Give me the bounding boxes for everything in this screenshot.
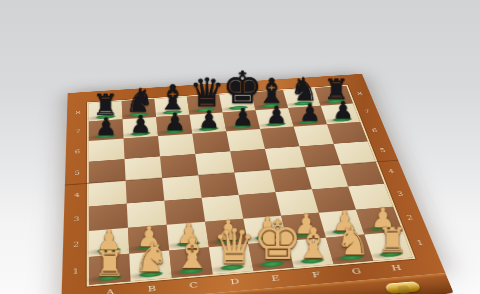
square-g4[interactable]	[305, 165, 348, 190]
square-c4[interactable]	[162, 175, 202, 200]
square-b7[interactable]: ♟	[123, 117, 158, 139]
white-rook-h1: ♜	[372, 223, 412, 258]
square-c1[interactable]: ♝	[169, 247, 213, 278]
square-d7[interactable]: ♟	[189, 112, 226, 133]
board-wood-border: ♜♞♝♛♚♝♞♜♟♟♟♟♟♟♟♟♟♟♟♟♟♟♟♟♜♞♝♛♚♝♞♜ ABCDEFG…	[61, 74, 445, 294]
rank-left-label-2: 2	[63, 231, 89, 259]
square-d5[interactable]	[195, 151, 234, 175]
file-label-g: G	[334, 261, 380, 282]
rank-left-label-5: 5	[65, 162, 89, 186]
square-a7[interactable]: ♟	[89, 119, 124, 141]
chess-set-photo: ♜♞♝♛♚♝♞♜♟♟♟♟♟♟♟♟♟♟♟♟♟♟♟♟♜♞♝♛♚♝♞♜ ABCDEFG…	[0, 0, 480, 294]
square-a6[interactable]	[89, 139, 125, 162]
rank-left-label-8: 8	[67, 103, 89, 123]
square-b4[interactable]	[126, 178, 165, 204]
square-a1[interactable]: ♜	[89, 254, 131, 285]
square-c7[interactable]: ♟	[156, 115, 192, 136]
square-d1[interactable]: ♛	[209, 244, 254, 274]
file-label-c: C	[172, 274, 216, 294]
square-f6[interactable]	[260, 127, 299, 149]
black-pawn-a7: ♟	[89, 115, 123, 139]
black-pawn-f7: ♟	[260, 103, 294, 127]
square-e6[interactable]	[226, 129, 265, 151]
rank-left-label-4: 4	[64, 183, 89, 208]
black-pawn-b7: ♟	[124, 112, 158, 136]
square-a4[interactable]	[89, 181, 127, 207]
brass-clasp-right[interactable]	[384, 281, 421, 294]
black-pawn-d7: ♟	[192, 108, 226, 132]
white-knight-b1: ♞	[131, 238, 172, 278]
square-d4[interactable]	[198, 173, 238, 198]
square-b6[interactable]	[124, 136, 160, 159]
square-e7[interactable]: ♟	[223, 110, 260, 131]
rank-left-label-6: 6	[66, 141, 89, 163]
white-rook-a1: ♜	[89, 246, 130, 282]
rank-left-label-3: 3	[63, 206, 88, 233]
rank-left-label-7: 7	[66, 122, 89, 143]
square-c6[interactable]	[158, 134, 195, 157]
white-queen-d1: ♛	[213, 223, 254, 272]
rank-left-label-1: 1	[62, 257, 89, 287]
square-e4[interactable]	[234, 170, 275, 195]
square-d6[interactable]	[192, 131, 230, 154]
white-bishop-c1: ♝	[172, 232, 213, 274]
white-king-e1: ♚	[253, 213, 294, 268]
square-f7[interactable]: ♟	[256, 108, 294, 129]
black-pawn-e7: ♟	[226, 105, 260, 129]
square-g7[interactable]: ♟	[288, 106, 327, 127]
square-a5[interactable]	[89, 159, 126, 183]
chess-board: ♜♞♝♛♚♝♞♜♟♟♟♟♟♟♟♟♟♟♟♟♟♟♟♟♜♞♝♛♚♝♞♜ ABCDEFG…	[61, 74, 454, 294]
black-pawn-g7: ♟	[293, 101, 327, 125]
black-pawn-c7: ♟	[158, 110, 192, 134]
square-b1[interactable]: ♞	[129, 250, 172, 281]
white-knight-g1: ♞	[333, 222, 373, 261]
